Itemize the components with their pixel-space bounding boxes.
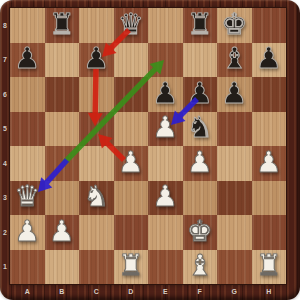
- piece-white-pawn[interactable]: ♟: [187, 148, 213, 179]
- square-f3[interactable]: [183, 181, 218, 216]
- square-c4[interactable]: [79, 146, 114, 181]
- file-labels: ABCDEFGH: [10, 284, 286, 299]
- square-f7[interactable]: [183, 43, 218, 78]
- square-h5[interactable]: [252, 112, 287, 147]
- rank-label: 6: [0, 77, 10, 112]
- piece-black-rook[interactable]: ♜: [187, 10, 213, 41]
- square-f6[interactable]: ♟: [183, 77, 218, 112]
- square-h3[interactable]: [252, 181, 287, 216]
- square-f8[interactable]: ♜: [183, 8, 218, 43]
- square-g2[interactable]: [217, 215, 252, 250]
- square-d5[interactable]: [114, 112, 149, 147]
- file-label: G: [217, 284, 252, 299]
- file-label: C: [79, 284, 114, 299]
- piece-black-pawn[interactable]: ♟: [221, 79, 247, 110]
- square-d7[interactable]: [114, 43, 149, 78]
- square-f1[interactable]: ♝: [183, 250, 218, 285]
- square-f5[interactable]: ♞: [183, 112, 218, 147]
- square-g7[interactable]: ♝: [217, 43, 252, 78]
- square-b8[interactable]: ♜: [45, 8, 80, 43]
- piece-black-knight[interactable]: ♞: [187, 113, 213, 144]
- square-b1[interactable]: [45, 250, 80, 285]
- square-a1[interactable]: [10, 250, 45, 285]
- square-e2[interactable]: [148, 215, 183, 250]
- square-a6[interactable]: [10, 77, 45, 112]
- file-label: H: [252, 284, 287, 299]
- rank-label: 2: [0, 215, 10, 250]
- square-h1[interactable]: ♜: [252, 250, 287, 285]
- square-h7[interactable]: ♟: [252, 43, 287, 78]
- square-g3[interactable]: [217, 181, 252, 216]
- square-e4[interactable]: [148, 146, 183, 181]
- square-a3[interactable]: ♛: [10, 181, 45, 216]
- square-c8[interactable]: [79, 8, 114, 43]
- file-label: F: [183, 284, 218, 299]
- square-c1[interactable]: [79, 250, 114, 285]
- board-squares: ♜♛♜♚♟♟♝♟♟♟♟♟♞♟♟♟♛♞♟♟♟♚♜♝♜: [10, 8, 286, 284]
- square-a2[interactable]: ♟: [10, 215, 45, 250]
- square-e5[interactable]: ♟: [148, 112, 183, 147]
- rank-label: 4: [0, 146, 10, 181]
- square-h6[interactable]: [252, 77, 287, 112]
- file-label: A: [10, 284, 45, 299]
- square-g4[interactable]: [217, 146, 252, 181]
- square-d3[interactable]: [114, 181, 149, 216]
- square-g8[interactable]: ♚: [217, 8, 252, 43]
- piece-black-rook[interactable]: ♜: [49, 10, 75, 41]
- piece-white-rook[interactable]: ♜: [118, 251, 144, 282]
- piece-white-pawn[interactable]: ♟: [118, 148, 144, 179]
- square-e8[interactable]: [148, 8, 183, 43]
- piece-white-king[interactable]: ♚: [187, 217, 213, 248]
- piece-white-knight[interactable]: ♞: [83, 182, 109, 213]
- square-f4[interactable]: ♟: [183, 146, 218, 181]
- square-c6[interactable]: [79, 77, 114, 112]
- file-label: D: [114, 284, 149, 299]
- square-e6[interactable]: ♟: [148, 77, 183, 112]
- square-b2[interactable]: ♟: [45, 215, 80, 250]
- file-label: E: [148, 284, 183, 299]
- rank-label: 7: [0, 43, 10, 78]
- square-b7[interactable]: [45, 43, 80, 78]
- piece-black-pawn[interactable]: ♟: [187, 79, 213, 110]
- square-e7[interactable]: [148, 43, 183, 78]
- file-label: B: [45, 284, 80, 299]
- piece-white-pawn[interactable]: ♟: [152, 182, 178, 213]
- square-e1[interactable]: [148, 250, 183, 285]
- rank-label: 5: [0, 112, 10, 147]
- square-d1[interactable]: ♜: [114, 250, 149, 285]
- piece-black-pawn[interactable]: ♟: [152, 79, 178, 110]
- piece-white-pawn[interactable]: ♟: [256, 148, 282, 179]
- square-b4[interactable]: [45, 146, 80, 181]
- piece-black-pawn[interactable]: ♟: [14, 44, 40, 75]
- piece-white-bishop[interactable]: ♝: [187, 251, 213, 282]
- piece-white-pawn[interactable]: ♟: [152, 113, 178, 144]
- piece-black-queen[interactable]: ♛: [118, 10, 144, 41]
- square-h2[interactable]: [252, 215, 287, 250]
- piece-black-pawn[interactable]: ♟: [83, 44, 109, 75]
- square-g1[interactable]: [217, 250, 252, 285]
- square-a7[interactable]: ♟: [10, 43, 45, 78]
- square-c3[interactable]: ♞: [79, 181, 114, 216]
- square-h8[interactable]: [252, 8, 287, 43]
- chess-board-screenshot: 87654321 ABCDEFGH ♜♛♜♚♟♟♝♟♟♟♟♟♞♟♟♟♛♞♟♟♟♚…: [0, 0, 300, 300]
- square-c5[interactable]: [79, 112, 114, 147]
- square-b5[interactable]: [45, 112, 80, 147]
- square-h4[interactable]: ♟: [252, 146, 287, 181]
- square-g5[interactable]: [217, 112, 252, 147]
- rank-label: 3: [0, 181, 10, 216]
- piece-white-pawn[interactable]: ♟: [49, 217, 75, 248]
- square-d8[interactable]: ♛: [114, 8, 149, 43]
- piece-black-pawn[interactable]: ♟: [256, 44, 282, 75]
- piece-white-pawn[interactable]: ♟: [14, 217, 40, 248]
- square-b6[interactable]: [45, 77, 80, 112]
- piece-black-king[interactable]: ♚: [221, 10, 247, 41]
- square-b3[interactable]: [45, 181, 80, 216]
- square-c7[interactable]: ♟: [79, 43, 114, 78]
- square-d6[interactable]: [114, 77, 149, 112]
- square-e3[interactable]: ♟: [148, 181, 183, 216]
- square-a4[interactable]: [10, 146, 45, 181]
- piece-white-rook[interactable]: ♜: [256, 251, 282, 282]
- square-a8[interactable]: [10, 8, 45, 43]
- rank-labels: 87654321: [0, 8, 10, 284]
- piece-black-bishop[interactable]: ♝: [221, 44, 247, 75]
- square-g6[interactable]: ♟: [217, 77, 252, 112]
- square-d4[interactable]: ♟: [114, 146, 149, 181]
- square-d2[interactable]: [114, 215, 149, 250]
- rank-label: 1: [0, 250, 10, 285]
- rank-label: 8: [0, 8, 10, 43]
- square-a5[interactable]: [10, 112, 45, 147]
- square-c2[interactable]: [79, 215, 114, 250]
- piece-white-queen[interactable]: ♛: [14, 182, 40, 213]
- square-f2[interactable]: ♚: [183, 215, 218, 250]
